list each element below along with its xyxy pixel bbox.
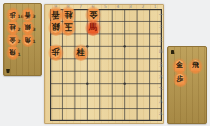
square-4-6[interactable] (112, 71, 124, 83)
square-5-9[interactable] (99, 109, 111, 121)
piece-body: 玉 (63, 21, 74, 33)
piece-body: 桂 (75, 46, 86, 58)
square-2-6[interactable] (137, 71, 149, 83)
square-3-3[interactable] (124, 34, 136, 46)
square-2-8[interactable] (137, 96, 149, 108)
gote-hand-piece-歩[interactable]: 歩 (8, 10, 17, 20)
square-6-7[interactable] (87, 84, 99, 96)
board-7四-piece-桂[interactable]: 桂 (75, 46, 86, 58)
piece-body: 飛 (191, 60, 201, 71)
piece-body: 飛 (8, 47, 17, 57)
square-5-2[interactable] (99, 21, 111, 33)
piece-kanji: 金 (176, 62, 183, 69)
piece-kanji: 歩 (9, 11, 16, 18)
piece-kanji: 角 (24, 36, 31, 43)
gote-mark-icon (6, 69, 10, 74)
square-6-9[interactable] (87, 109, 99, 121)
gote-hand-piece-角[interactable]: 角 (23, 35, 32, 45)
square-4-9[interactable] (112, 109, 124, 121)
piece-body: 金 (8, 35, 17, 45)
square-5-8[interactable] (99, 96, 111, 108)
piece-kanji: 歩 (51, 48, 60, 57)
square-9-8[interactable] (50, 96, 62, 108)
piece-body: 桂 (8, 22, 17, 32)
square-8-5[interactable] (62, 59, 74, 71)
square-3-6[interactable] (124, 71, 136, 83)
gote-hand-piece-銀[interactable]: 銀 (23, 22, 32, 32)
square-1-1[interactable] (149, 9, 161, 21)
square-5-3[interactable] (99, 34, 111, 46)
square-2-1[interactable] (137, 9, 149, 21)
gote-hand-count-銀: 3 (33, 28, 36, 33)
square-9-7[interactable] (50, 84, 62, 96)
gote-hand-piece-香[interactable]: 香 (23, 10, 32, 20)
square-8-7[interactable] (62, 84, 74, 96)
piece-body: 馬 (88, 21, 99, 33)
sente-hand-piece-歩[interactable]: 歩 (175, 74, 185, 85)
piece-kanji: 香 (51, 11, 60, 20)
board-9四-piece-歩[interactable]: 歩 (50, 46, 61, 58)
piece-kanji: 飛 (192, 62, 199, 69)
square-4-3[interactable] (112, 34, 124, 46)
piece-kanji: 金 (89, 11, 98, 20)
piece-kanji: 馬 (89, 23, 98, 32)
piece-kanji: 玉 (64, 23, 73, 32)
piece-kanji: 桂 (64, 11, 73, 20)
square-1-5[interactable] (149, 59, 161, 71)
square-6-8[interactable] (87, 96, 99, 108)
square-3-5[interactable] (124, 59, 136, 71)
shogi-board: 987654321一二三四五六七八九香桂金銀玉馬歩桂 (44, 4, 164, 124)
square-3-4[interactable] (124, 46, 136, 58)
square-5-1[interactable] (99, 9, 111, 21)
square-4-2[interactable] (112, 21, 124, 33)
square-2-5[interactable] (137, 59, 149, 71)
square-2-7[interactable] (137, 84, 149, 96)
board-6二-piece-馬[interactable]: 馬 (88, 21, 99, 33)
square-7-7[interactable] (74, 84, 86, 96)
piece-kanji: 歩 (177, 76, 184, 83)
piece-body: 歩 (175, 74, 185, 85)
square-3-7[interactable] (124, 84, 136, 96)
piece-kanji: 桂 (9, 24, 16, 31)
piece-body: 香 (23, 10, 32, 20)
sente-hand-piece-金[interactable]: 金 (175, 60, 185, 71)
square-2-3[interactable] (137, 34, 149, 46)
square-8-8[interactable] (62, 96, 74, 108)
piece-kanji: 飛 (9, 49, 16, 56)
square-1-9[interactable] (149, 109, 161, 121)
square-9-9[interactable] (50, 109, 62, 121)
square-5-6[interactable] (99, 71, 111, 83)
sente-mark-icon (171, 50, 175, 55)
square-4-1[interactable] (112, 9, 124, 21)
square-2-2[interactable] (137, 21, 149, 33)
square-1-4[interactable] (149, 46, 161, 58)
square-7-9[interactable] (74, 109, 86, 121)
square-6-4[interactable] (87, 46, 99, 58)
square-1-6[interactable] (149, 71, 161, 83)
square-4-5[interactable] (112, 59, 124, 71)
piece-body: 角 (23, 35, 32, 45)
gote-hand-count-飛: 1 (18, 53, 21, 58)
square-8-6[interactable] (62, 71, 74, 83)
square-6-6[interactable] (87, 71, 99, 83)
square-7-6[interactable] (74, 71, 86, 83)
square-4-8[interactable] (112, 96, 124, 108)
gote-hand-count-香: 3 (33, 15, 36, 20)
piece-body: 歩 (50, 46, 61, 58)
square-5-5[interactable] (99, 59, 111, 71)
gote-hand-piece-飛[interactable]: 飛 (8, 47, 17, 57)
square-1-3[interactable] (149, 34, 161, 46)
square-3-1[interactable] (124, 9, 136, 21)
piece-kanji: 銀 (51, 23, 60, 32)
square-2-4[interactable] (137, 46, 149, 58)
square-4-7[interactable] (112, 84, 124, 96)
sente-hand-piece-飛[interactable]: 飛 (191, 60, 201, 71)
square-6-5[interactable] (87, 59, 99, 71)
piece-kanji: 桂 (76, 48, 85, 57)
square-3-9[interactable] (124, 109, 136, 121)
piece-kanji: 銀 (24, 24, 31, 31)
sente-hand-stand: 金飛歩 (167, 46, 207, 124)
square-9-6[interactable] (50, 71, 62, 83)
square-1-2[interactable] (149, 21, 161, 33)
piece-body: 歩 (8, 10, 17, 20)
square-3-8[interactable] (124, 96, 136, 108)
piece-kanji: 香 (24, 11, 31, 18)
board-8二-piece-玉[interactable]: 玉 (63, 21, 74, 33)
gote-hand-count-角: 1 (33, 40, 36, 45)
square-4-4[interactable] (112, 46, 124, 58)
piece-body: 銀 (23, 22, 32, 32)
square-1-7[interactable] (149, 84, 161, 96)
gote-hand-piece-桂[interactable]: 桂 (8, 22, 17, 32)
square-5-7[interactable] (99, 84, 111, 96)
square-7-8[interactable] (74, 96, 86, 108)
piece-body: 金 (175, 60, 185, 71)
square-2-9[interactable] (137, 109, 149, 121)
square-5-4[interactable] (99, 46, 111, 58)
gote-hand-piece-金[interactable]: 金 (8, 35, 17, 45)
square-8-9[interactable] (62, 109, 74, 121)
square-3-2[interactable] (124, 21, 136, 33)
square-1-8[interactable] (149, 96, 161, 108)
gote-hand-stand: 歩16香3桂2銀3金2角1飛1 (3, 3, 42, 76)
piece-kanji: 金 (9, 36, 16, 43)
